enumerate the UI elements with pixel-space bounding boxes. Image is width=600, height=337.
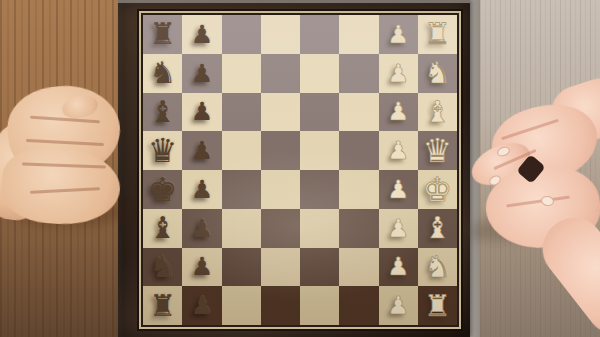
square-c6[interactable] [222, 93, 261, 132]
square-g5[interactable] [261, 248, 300, 287]
chessboard[interactable]: ♜♟♟♜♞♟♟♞♝♟♟♝♛♟♟♛♚♟♟♚♝♟♟♝♞♟♟♞♜♟♟♜ [143, 15, 457, 325]
square-c7[interactable]: ♟ [182, 93, 221, 132]
piece-bP[interactable]: ♟ [191, 177, 213, 202]
piece-wP[interactable]: ♟ [387, 293, 409, 318]
player-left-hands [0, 0, 160, 337]
square-e3[interactable] [339, 170, 378, 209]
chessboard-frame: ♜♟♟♜♞♟♟♞♝♟♟♝♛♟♟♛♚♟♟♚♝♟♟♝♞♟♟♞♜♟♟♜ [118, 0, 470, 337]
square-g3[interactable] [339, 248, 378, 287]
piece-wP[interactable]: ♟ [387, 177, 409, 202]
piece-wP[interactable]: ♟ [387, 254, 409, 279]
square-f6[interactable] [222, 209, 261, 248]
piece-wP[interactable]: ♟ [387, 216, 409, 241]
piece-wP[interactable]: ♟ [387, 22, 409, 47]
square-h7[interactable]: ♟ [182, 286, 221, 325]
square-c3[interactable] [339, 93, 378, 132]
square-e2[interactable]: ♟ [379, 170, 418, 209]
square-d5[interactable] [261, 131, 300, 170]
square-g6[interactable] [222, 248, 261, 287]
square-a6[interactable] [222, 15, 261, 54]
square-b3[interactable] [339, 54, 378, 93]
square-c2[interactable]: ♟ [379, 93, 418, 132]
square-d4[interactable] [300, 131, 339, 170]
square-d2[interactable]: ♟ [379, 131, 418, 170]
square-f7[interactable]: ♟ [182, 209, 221, 248]
square-e4[interactable] [300, 170, 339, 209]
square-d6[interactable] [222, 131, 261, 170]
square-e6[interactable] [222, 170, 261, 209]
square-g4[interactable] [300, 248, 339, 287]
square-c4[interactable] [300, 93, 339, 132]
piece-bP[interactable]: ♟ [191, 138, 213, 163]
square-h2[interactable]: ♟ [379, 286, 418, 325]
square-b7[interactable]: ♟ [182, 54, 221, 93]
square-a3[interactable] [339, 15, 378, 54]
square-e5[interactable] [261, 170, 300, 209]
square-f5[interactable] [261, 209, 300, 248]
square-d7[interactable]: ♟ [182, 131, 221, 170]
square-a5[interactable] [261, 15, 300, 54]
board-top-bevel [118, 0, 470, 3]
piece-wP[interactable]: ♟ [387, 99, 409, 124]
square-g7[interactable]: ♟ [182, 248, 221, 287]
player-right-hands [440, 0, 600, 337]
square-a2[interactable]: ♟ [379, 15, 418, 54]
piece-wP[interactable]: ♟ [387, 138, 409, 163]
piece-bP[interactable]: ♟ [191, 216, 213, 241]
photo-scene: ♜♟♟♜♞♟♟♞♝♟♟♝♛♟♟♛♚♟♟♚♝♟♟♝♞♟♟♞♜♟♟♜ [0, 0, 600, 337]
square-b4[interactable] [300, 54, 339, 93]
square-b6[interactable] [222, 54, 261, 93]
square-d3[interactable] [339, 131, 378, 170]
square-h3[interactable] [339, 286, 378, 325]
piece-bP[interactable]: ♟ [191, 293, 213, 318]
square-f4[interactable] [300, 209, 339, 248]
square-f3[interactable] [339, 209, 378, 248]
square-a4[interactable] [300, 15, 339, 54]
piece-wP[interactable]: ♟ [387, 61, 409, 86]
square-b2[interactable]: ♟ [379, 54, 418, 93]
square-g2[interactable]: ♟ [379, 248, 418, 287]
square-b5[interactable] [261, 54, 300, 93]
piece-bP[interactable]: ♟ [191, 99, 213, 124]
square-h4[interactable] [300, 286, 339, 325]
square-h5[interactable] [261, 286, 300, 325]
square-h6[interactable] [222, 286, 261, 325]
square-f2[interactable]: ♟ [379, 209, 418, 248]
piece-bP[interactable]: ♟ [191, 22, 213, 47]
square-a7[interactable]: ♟ [182, 15, 221, 54]
square-e7[interactable]: ♟ [182, 170, 221, 209]
piece-bP[interactable]: ♟ [191, 254, 213, 279]
piece-bP[interactable]: ♟ [191, 61, 213, 86]
square-c5[interactable] [261, 93, 300, 132]
